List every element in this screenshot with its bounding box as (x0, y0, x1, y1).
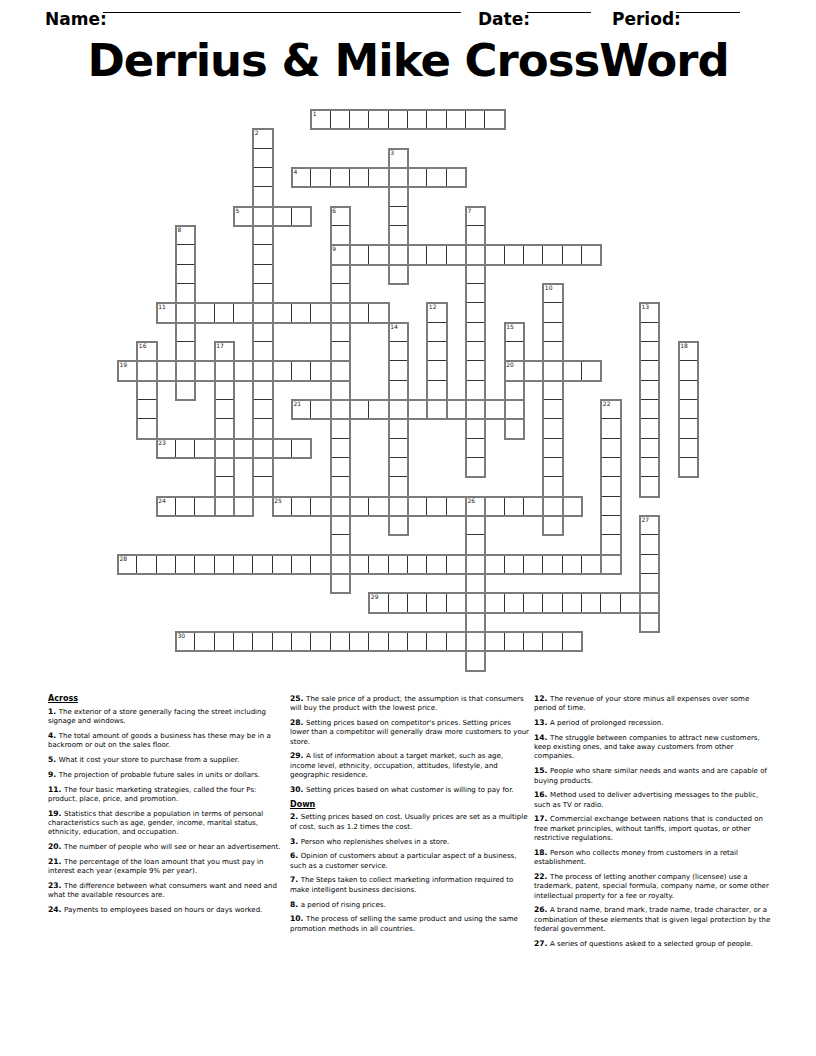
grid-cell[interactable] (563, 593, 582, 612)
grid-cell[interactable] (408, 110, 427, 129)
grid-cell[interactable] (389, 381, 408, 400)
grid-cell[interactable] (679, 361, 698, 380)
grid-cell[interactable] (253, 477, 272, 496)
grid-cell[interactable] (195, 439, 214, 458)
grid-cell[interactable] (176, 632, 195, 651)
grid-cell[interactable] (292, 303, 311, 322)
grid-cell[interactable] (679, 458, 698, 477)
grid-cell[interactable] (350, 168, 369, 187)
grid-cell[interactable] (466, 303, 485, 322)
grid-cell[interactable] (389, 265, 408, 284)
grid-cell[interactable] (640, 381, 659, 400)
grid-cell[interactable] (447, 497, 466, 516)
grid-cell[interactable] (331, 245, 350, 264)
grid-cell[interactable] (195, 497, 214, 516)
grid-cell[interactable] (389, 632, 408, 651)
grid-cell[interactable] (466, 613, 485, 632)
grid-cell[interactable] (292, 632, 311, 651)
grid-cell[interactable] (195, 555, 214, 574)
grid-cell[interactable] (253, 555, 272, 574)
grid-cell[interactable] (253, 303, 272, 322)
grid-cell[interactable] (331, 226, 350, 245)
grid-cell[interactable] (253, 168, 272, 187)
grid-cell[interactable] (466, 593, 485, 612)
grid-cell[interactable] (389, 458, 408, 477)
grid-cell[interactable] (640, 323, 659, 342)
grid-cell[interactable] (427, 323, 446, 342)
grid-cell[interactable] (331, 168, 350, 187)
grid-cell[interactable] (466, 342, 485, 361)
grid-cell[interactable] (524, 632, 543, 651)
clue-29-across: 29. A list of information about a target… (290, 751, 529, 780)
down-header: Down (290, 800, 529, 809)
grid-cell[interactable] (408, 497, 427, 516)
grid-cell[interactable] (505, 632, 524, 651)
grid-cell[interactable] (215, 419, 234, 438)
grid-cell[interactable] (524, 497, 543, 516)
grid-cell[interactable] (369, 245, 388, 264)
grid-cell[interactable] (234, 361, 253, 380)
grid-cell[interactable] (563, 555, 582, 574)
grid-cell[interactable] (601, 477, 620, 496)
grid-cell[interactable] (389, 168, 408, 187)
grid-cell[interactable] (176, 439, 195, 458)
grid-cell[interactable] (466, 439, 485, 458)
grid-cell[interactable] (543, 419, 562, 438)
grid-cell[interactable] (447, 632, 466, 651)
grid-cell[interactable] (543, 555, 562, 574)
grid-cell[interactable] (505, 245, 524, 264)
grid-cell[interactable] (427, 497, 446, 516)
grid-cell[interactable] (466, 497, 485, 516)
grid-cell[interactable] (234, 207, 253, 226)
grid-cell[interactable] (427, 632, 446, 651)
grid-cell[interactable] (679, 419, 698, 438)
grid-cell[interactable] (466, 361, 485, 380)
grid-cell[interactable] (389, 555, 408, 574)
grid-cell[interactable] (253, 400, 272, 419)
grid-cell[interactable] (543, 342, 562, 361)
grid-cell[interactable] (582, 361, 601, 380)
grid-cell[interactable] (466, 516, 485, 535)
grid-cell[interactable] (137, 419, 156, 438)
grid-cell[interactable] (601, 497, 620, 516)
grid-cell[interactable] (137, 361, 156, 380)
grid-cell[interactable] (369, 303, 388, 322)
grid-cell[interactable] (215, 381, 234, 400)
grid-cell[interactable] (640, 400, 659, 419)
grid-cell[interactable] (601, 516, 620, 535)
grid-cell[interactable] (640, 439, 659, 458)
grid-cell[interactable] (427, 342, 446, 361)
grid-cell[interactable] (292, 207, 311, 226)
grid-cell[interactable] (543, 516, 562, 535)
grid-cell[interactable] (331, 439, 350, 458)
grid-cell[interactable] (273, 439, 292, 458)
grid-cell[interactable] (176, 245, 195, 264)
grid-cell[interactable] (311, 497, 330, 516)
grid-cell[interactable] (350, 245, 369, 264)
grid-cell[interactable] (369, 497, 388, 516)
grid-cell[interactable] (195, 361, 214, 380)
grid-cell[interactable] (331, 497, 350, 516)
grid-cell[interactable] (292, 439, 311, 458)
grid-cell[interactable] (640, 516, 659, 535)
grid-cell[interactable] (311, 555, 330, 574)
grid-cell[interactable] (466, 284, 485, 303)
grid-cell[interactable] (427, 168, 446, 187)
grid-cell[interactable] (369, 400, 388, 419)
grid-cell[interactable] (640, 419, 659, 438)
grid-cell[interactable] (331, 110, 350, 129)
grid-cell[interactable] (408, 555, 427, 574)
grid-cell[interactable] (640, 342, 659, 361)
grid-cell[interactable] (311, 303, 330, 322)
grid-cell[interactable] (389, 226, 408, 245)
grid-cell[interactable] (505, 323, 524, 342)
grid-cell[interactable] (215, 632, 234, 651)
grid-cell[interactable] (176, 284, 195, 303)
grid-cell[interactable] (234, 303, 253, 322)
grid-cell[interactable] (543, 381, 562, 400)
grid-cell[interactable] (505, 497, 524, 516)
grid-cell[interactable] (427, 361, 446, 380)
grid-cell[interactable] (466, 458, 485, 477)
grid-cell[interactable] (215, 361, 234, 380)
grid-cell[interactable] (389, 419, 408, 438)
across-header: Across (48, 694, 287, 703)
grid-cell[interactable] (466, 110, 485, 129)
grid-cell[interactable] (253, 361, 272, 380)
grid-cell[interactable] (253, 149, 272, 168)
grid-cell[interactable] (157, 303, 176, 322)
grid-cell[interactable] (505, 555, 524, 574)
grid-cell[interactable] (389, 149, 408, 168)
grid-cell[interactable] (389, 245, 408, 264)
grid-cell[interactable] (640, 303, 659, 322)
grid-cell[interactable] (157, 361, 176, 380)
grid-cell[interactable] (543, 632, 562, 651)
grid-cell[interactable] (601, 419, 620, 438)
grid-cell[interactable] (524, 555, 543, 574)
grid-cell[interactable] (311, 632, 330, 651)
grid-cell[interactable] (176, 342, 195, 361)
grid-cell[interactable] (215, 439, 234, 458)
grid-cell[interactable] (273, 303, 292, 322)
grid-cell[interactable] (505, 361, 524, 380)
grid-cell[interactable] (543, 245, 562, 264)
grid-cell[interactable] (621, 593, 640, 612)
grid-cell[interactable] (195, 632, 214, 651)
grid-cell[interactable] (543, 303, 562, 322)
grid-cell[interactable] (292, 168, 311, 187)
grid-cell[interactable] (137, 381, 156, 400)
grid-cell[interactable] (640, 593, 659, 612)
grid-cell[interactable] (331, 207, 350, 226)
grid-cell[interactable] (253, 381, 272, 400)
grid-cell[interactable] (389, 187, 408, 206)
grid-cell[interactable] (331, 574, 350, 593)
grid-cell[interactable] (427, 245, 446, 264)
grid-cell[interactable] (215, 342, 234, 361)
grid-cell[interactable] (679, 381, 698, 400)
grid-cell[interactable] (176, 265, 195, 284)
grid-cell[interactable] (311, 361, 330, 380)
grid-cell[interactable] (601, 555, 620, 574)
grid-cell[interactable] (505, 400, 524, 419)
grid-cell[interactable] (601, 439, 620, 458)
grid-cell[interactable] (543, 284, 562, 303)
grid-cell[interactable] (389, 516, 408, 535)
grid-cell[interactable] (157, 555, 176, 574)
grid-cell[interactable] (447, 245, 466, 264)
grid-cell[interactable] (389, 439, 408, 458)
grid-cell[interactable] (176, 361, 195, 380)
grid-cell[interactable] (389, 593, 408, 612)
grid-cell[interactable] (137, 400, 156, 419)
grid-cell[interactable] (563, 245, 582, 264)
grid-cell[interactable] (273, 207, 292, 226)
grid-cell[interactable] (215, 497, 234, 516)
grid-cell[interactable] (389, 342, 408, 361)
grid-cell[interactable] (331, 361, 350, 380)
grid-cell[interactable] (427, 303, 446, 322)
grid-cell[interactable] (331, 555, 350, 574)
grid-cell[interactable] (253, 439, 272, 458)
grid-cell[interactable] (350, 555, 369, 574)
grid-cell[interactable] (389, 400, 408, 419)
grid-cell[interactable] (292, 400, 311, 419)
grid-cell[interactable] (447, 593, 466, 612)
grid-cell[interactable] (253, 458, 272, 477)
grid-cell[interactable] (215, 477, 234, 496)
grid-cell[interactable] (253, 226, 272, 245)
grid-cell[interactable] (389, 477, 408, 496)
grid-cell[interactable] (640, 574, 659, 593)
grid-cell[interactable] (485, 110, 504, 129)
grid-cell[interactable] (408, 593, 427, 612)
grid-cell[interactable] (466, 419, 485, 438)
grid-cell[interactable] (582, 555, 601, 574)
grid-cell[interactable] (485, 593, 504, 612)
grid-cell[interactable] (234, 497, 253, 516)
grid-cell[interactable] (331, 323, 350, 342)
grid-cell[interactable] (505, 419, 524, 438)
grid-cell[interactable] (601, 593, 620, 612)
grid-cell[interactable] (350, 632, 369, 651)
grid-cell[interactable] (427, 593, 446, 612)
grid-cell[interactable] (176, 323, 195, 342)
grid-cell[interactable] (640, 477, 659, 496)
grid-cell[interactable] (427, 110, 446, 129)
grid-cell[interactable] (466, 535, 485, 554)
grid-cell[interactable] (427, 381, 446, 400)
grid-cell[interactable] (543, 323, 562, 342)
grid-cell[interactable] (369, 593, 388, 612)
grid-cell[interactable] (485, 632, 504, 651)
grid-cell[interactable] (137, 555, 156, 574)
grid-cell[interactable] (466, 323, 485, 342)
grid-cell[interactable] (331, 284, 350, 303)
grid-cell[interactable] (118, 555, 137, 574)
grid-cell[interactable] (369, 168, 388, 187)
grid-cell[interactable] (253, 342, 272, 361)
grid-cell[interactable] (253, 187, 272, 206)
grid-cell[interactable] (466, 400, 485, 419)
grid-cell[interactable] (524, 361, 543, 380)
grid-cell[interactable] (466, 226, 485, 245)
grid-cell[interactable] (273, 632, 292, 651)
grid-cell[interactable] (601, 535, 620, 554)
grid-cell[interactable] (447, 555, 466, 574)
grid-cell[interactable] (640, 555, 659, 574)
grid-cell[interactable] (369, 110, 388, 129)
grid-cell[interactable] (331, 632, 350, 651)
grid-cell[interactable] (389, 110, 408, 129)
grid-cell[interactable] (466, 245, 485, 264)
grid-cell[interactable] (176, 381, 195, 400)
grid-cell[interactable] (505, 342, 524, 361)
grid-cell[interactable] (273, 555, 292, 574)
grid-cell[interactable] (582, 593, 601, 612)
grid-cell[interactable] (331, 265, 350, 284)
grid-cell[interactable] (524, 593, 543, 612)
grid-cell[interactable] (466, 651, 485, 670)
name-blank-line (103, 12, 461, 13)
grid-cell[interactable] (563, 361, 582, 380)
grid-cell[interactable] (331, 458, 350, 477)
grid-cell[interactable] (640, 535, 659, 554)
grid-cell[interactable] (466, 265, 485, 284)
grid-cell[interactable] (234, 439, 253, 458)
grid-cell[interactable] (389, 361, 408, 380)
grid-cell[interactable] (543, 593, 562, 612)
grid-cell[interactable] (563, 632, 582, 651)
grid-cell[interactable] (543, 458, 562, 477)
grid-cell[interactable] (331, 516, 350, 535)
grid-cell[interactable] (427, 400, 446, 419)
grid-cell[interactable] (524, 245, 543, 264)
grid-cell[interactable] (350, 303, 369, 322)
grid-cell[interactable] (350, 110, 369, 129)
grid-cell[interactable] (601, 458, 620, 477)
grid-cell[interactable] (273, 361, 292, 380)
grid-cell[interactable] (466, 555, 485, 574)
grid-cell[interactable] (137, 342, 156, 361)
grid-cell[interactable] (118, 361, 137, 380)
grid-cell[interactable] (195, 303, 214, 322)
grid-cell[interactable] (273, 497, 292, 516)
grid-cell[interactable] (253, 245, 272, 264)
grid-cell[interactable] (389, 323, 408, 342)
grid-cell[interactable] (331, 381, 350, 400)
grid-cell[interactable] (466, 207, 485, 226)
grid-cell[interactable] (447, 110, 466, 129)
grid-cell[interactable] (331, 419, 350, 438)
grid-cell[interactable] (369, 555, 388, 574)
grid-cell[interactable] (292, 555, 311, 574)
grid-cell[interactable] (311, 110, 330, 129)
grid-cell[interactable] (331, 342, 350, 361)
grid-cell[interactable] (157, 497, 176, 516)
grid-cell[interactable] (563, 497, 582, 516)
grid-cell[interactable] (157, 439, 176, 458)
grid-cell[interactable] (215, 458, 234, 477)
grid-cell[interactable] (543, 477, 562, 496)
grid-cell[interactable] (543, 497, 562, 516)
grid-cell[interactable] (640, 613, 659, 632)
grid-cell[interactable] (408, 245, 427, 264)
grid-cell[interactable] (253, 129, 272, 148)
grid-cell[interactable] (331, 303, 350, 322)
grid-cell[interactable] (466, 632, 485, 651)
grid-cell[interactable] (389, 497, 408, 516)
grid-cell[interactable] (253, 265, 272, 284)
grid-cell[interactable] (679, 439, 698, 458)
grid-cell[interactable] (505, 381, 524, 400)
grid-cell[interactable] (292, 361, 311, 380)
grid-cell[interactable] (485, 245, 504, 264)
grid-cell[interactable] (311, 168, 330, 187)
grid-cell[interactable] (543, 439, 562, 458)
grid-cell[interactable] (253, 207, 272, 226)
grid-cell[interactable] (485, 555, 504, 574)
grid-cell[interactable] (543, 361, 562, 380)
grid-cell[interactable] (253, 419, 272, 438)
grid-cell[interactable] (679, 342, 698, 361)
grid-cell[interactable] (389, 207, 408, 226)
grid-cell[interactable] (408, 168, 427, 187)
grid-cell[interactable] (582, 245, 601, 264)
grid-cell[interactable] (176, 555, 195, 574)
grid-cell[interactable] (485, 400, 504, 419)
grid-cell[interactable] (505, 593, 524, 612)
grid-cell[interactable] (176, 303, 195, 322)
grid-cell[interactable] (350, 497, 369, 516)
grid-cell[interactable] (466, 381, 485, 400)
grid-cell[interactable] (447, 168, 466, 187)
grid-cell[interactable] (408, 632, 427, 651)
grid-cell[interactable] (292, 497, 311, 516)
grid-cell[interactable] (447, 400, 466, 419)
grid-cell[interactable] (427, 555, 446, 574)
grid-cell[interactable] (215, 303, 234, 322)
grid-cell[interactable] (408, 400, 427, 419)
grid-cell[interactable] (331, 477, 350, 496)
grid-cell[interactable] (234, 555, 253, 574)
grid-cell[interactable] (543, 400, 562, 419)
grid-cell[interactable] (253, 284, 272, 303)
grid-cell[interactable] (350, 400, 369, 419)
grid-cell[interactable] (331, 400, 350, 419)
grid-cell[interactable] (466, 574, 485, 593)
grid-cell[interactable] (176, 226, 195, 245)
grid-cell[interactable] (234, 632, 253, 651)
grid-cell[interactable] (215, 555, 234, 574)
grid-cell[interactable] (640, 458, 659, 477)
grid-cell[interactable] (253, 323, 272, 342)
grid-cell[interactable] (369, 632, 388, 651)
grid-cell[interactable] (679, 400, 698, 419)
grid-cell[interactable] (601, 400, 620, 419)
grid-cell[interactable] (485, 497, 504, 516)
grid-cell[interactable] (253, 632, 272, 651)
grid-cell[interactable] (176, 497, 195, 516)
grid-cell[interactable] (215, 400, 234, 419)
grid-cell[interactable] (311, 400, 330, 419)
grid-cell[interactable] (640, 361, 659, 380)
grid-cell[interactable] (331, 535, 350, 554)
